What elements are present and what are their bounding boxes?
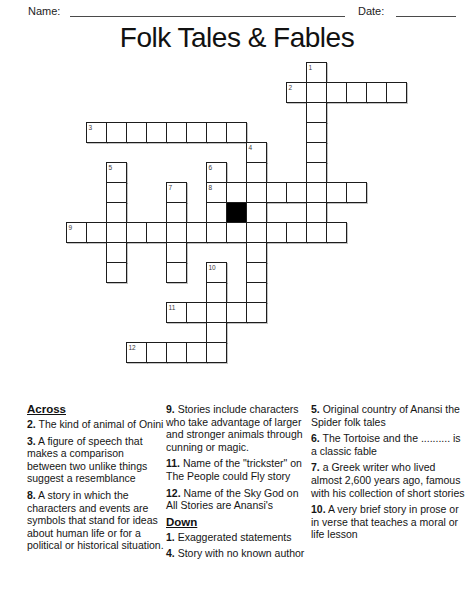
clue-1: 1. Exaggerated statements	[166, 531, 309, 544]
across-heading: Across	[27, 403, 166, 415]
date-label: Date:	[358, 5, 384, 17]
clue-number-9: 9	[69, 224, 73, 231]
clue-8: 8. A story in which the characters and e…	[27, 489, 166, 552]
grid-cell[interactable]	[346, 82, 367, 103]
grid-cell[interactable]	[166, 122, 187, 143]
clue-number-5: 5	[109, 164, 113, 171]
grid-cell[interactable]	[386, 82, 407, 103]
clue-number-label: 2.	[27, 418, 36, 430]
grid-cell[interactable]	[106, 202, 127, 223]
clue-number-11: 11	[169, 304, 176, 311]
clue-column-across: Across2. The kind of animal of Onini3. A…	[27, 403, 166, 556]
grid-cell[interactable]	[286, 182, 307, 203]
grid-cell[interactable]	[146, 122, 167, 143]
crossword-grid: 123456789101112	[66, 62, 410, 366]
grid-cell[interactable]	[126, 122, 147, 143]
grid-cell[interactable]	[106, 182, 127, 203]
clue-2: 2. The kind of animal of Onini	[27, 418, 166, 431]
grid-cell[interactable]	[326, 182, 347, 203]
grid-cell[interactable]	[106, 262, 127, 283]
grid-cell[interactable]	[246, 222, 267, 243]
grid-cell[interactable]	[126, 222, 147, 243]
grid-cell[interactable]	[186, 222, 207, 243]
clue-number-4: 4	[249, 144, 253, 151]
clue-number-label: 6.	[311, 432, 320, 444]
clue-6: 6. The Tortoise and the .......... is a …	[311, 432, 466, 457]
grid-cell[interactable]	[206, 122, 227, 143]
grid-cell[interactable]	[306, 202, 327, 223]
clue-number-3: 3	[89, 124, 93, 131]
grid-cell[interactable]	[206, 202, 227, 223]
clue-3: 3. A figure of speech that makes a compa…	[27, 435, 166, 485]
grid-cell[interactable]	[326, 82, 347, 103]
grid-cell[interactable]	[306, 162, 327, 183]
grid-cell[interactable]	[246, 282, 267, 303]
grid-cell[interactable]	[86, 222, 107, 243]
clue-number-label: 9.	[166, 403, 175, 415]
clue-number-1: 1	[309, 64, 313, 71]
clue-number-12: 12	[129, 344, 136, 351]
page-title: Folk Tales & Fables	[0, 22, 474, 54]
grid-cell[interactable]	[266, 182, 287, 203]
clue-number-label: 11.	[166, 457, 180, 469]
clue-number-2: 2	[289, 84, 293, 91]
grid-cell[interactable]	[306, 102, 327, 123]
grid-cell[interactable]	[166, 262, 187, 283]
worksheet-page: { "game": "crossword", "header": { "name…	[0, 0, 474, 613]
grid-cell[interactable]	[246, 162, 267, 183]
grid-cell[interactable]	[226, 122, 247, 143]
grid-cell[interactable]	[146, 342, 167, 363]
grid-cell[interactable]	[246, 302, 267, 323]
clue-number-label: 1.	[166, 531, 175, 543]
clue-number-label: 3.	[27, 435, 36, 447]
grid-cell[interactable]	[106, 122, 127, 143]
grid-cell[interactable]	[246, 202, 267, 223]
grid-cell[interactable]	[246, 262, 267, 283]
grid-cell[interactable]	[206, 222, 227, 243]
grid-cell[interactable]	[146, 222, 167, 243]
clue-11: 11. Name of the "trickster" on The Peopl…	[166, 457, 309, 482]
grid-cell[interactable]	[246, 242, 267, 263]
grid-cell[interactable]	[106, 222, 127, 243]
grid-cell[interactable]	[306, 122, 327, 143]
clue-number-label: 7.	[311, 461, 320, 473]
clue-number-6: 6	[209, 164, 213, 171]
name-blank-line[interactable]	[70, 4, 345, 17]
grid-cell[interactable]	[166, 222, 187, 243]
grid-cell[interactable]	[226, 182, 247, 203]
clue-9: 9. Stories include characters who take a…	[166, 403, 309, 453]
clue-5: 5. Original country of Anansi the Spider…	[311, 403, 466, 428]
clue-number-label: 10.	[311, 503, 326, 515]
grid-cell[interactable]	[186, 302, 207, 323]
grid-cell[interactable]	[306, 222, 327, 243]
date-blank-line[interactable]	[396, 4, 456, 17]
grid-cell[interactable]	[186, 342, 207, 363]
grid-cell[interactable]	[306, 182, 327, 203]
grid-cell[interactable]	[326, 222, 347, 243]
clue-number-label: 5.	[311, 403, 320, 415]
black-cell	[226, 202, 247, 223]
grid-cell[interactable]	[306, 82, 327, 103]
grid-cell[interactable]	[106, 242, 127, 263]
grid-cell[interactable]	[206, 322, 227, 343]
clue-number-label: 8.	[27, 489, 36, 501]
grid-cell[interactable]	[226, 302, 247, 323]
grid-cell[interactable]	[266, 222, 287, 243]
clue-number-7: 7	[169, 184, 173, 191]
grid-cell[interactable]	[166, 242, 187, 263]
name-label: Name:	[28, 5, 60, 17]
clue-column-down: 5. Original country of Anansi the Spider…	[311, 403, 466, 545]
clue-column-middle: 9. Stories include characters who take a…	[166, 403, 309, 564]
grid-cell[interactable]	[206, 342, 227, 363]
grid-cell[interactable]	[206, 282, 227, 303]
grid-cell[interactable]	[226, 222, 247, 243]
clue-number-8: 8	[209, 184, 213, 191]
grid-cell[interactable]	[346, 182, 367, 203]
clue-number-label: 4.	[166, 547, 175, 559]
clue-4: 4. Story with no known author	[166, 547, 309, 560]
grid-cell[interactable]	[186, 122, 207, 143]
grid-cell[interactable]	[366, 82, 387, 103]
down-heading: Down	[166, 516, 309, 528]
grid-cell[interactable]	[306, 142, 327, 163]
clue-7: 7. a Greek writer who lived almost 2,600…	[311, 461, 466, 499]
grid-cell[interactable]	[166, 202, 187, 223]
grid-cell[interactable]	[206, 302, 227, 323]
grid-cell[interactable]	[166, 342, 187, 363]
clue-10: 10. A very brief story in prose or in ve…	[311, 503, 466, 541]
grid-cell[interactable]	[246, 182, 267, 203]
clue-number-label: 12.	[166, 487, 181, 499]
grid-cell[interactable]	[286, 222, 307, 243]
clue-12: 12. Name of the Sky God on All Stories a…	[166, 487, 309, 512]
clue-number-10: 10	[209, 264, 216, 271]
